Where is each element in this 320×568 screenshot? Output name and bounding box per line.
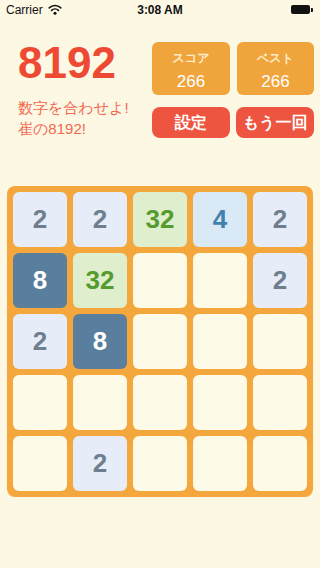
settings-button[interactable]: 設定 <box>152 107 230 138</box>
status-bar: Carrier 3:08 AM <box>0 0 320 20</box>
empty-cell <box>133 314 187 369</box>
retry-button[interactable]: もう一回 <box>236 107 314 138</box>
tile-32: 32 <box>133 192 187 247</box>
empty-cell <box>253 375 307 430</box>
tagline-line2: 崔の8192! <box>18 118 129 139</box>
tile-32: 32 <box>73 253 127 308</box>
tile-8: 8 <box>73 314 127 369</box>
empty-cell <box>133 436 187 491</box>
score-box: スコア 266 <box>152 42 230 95</box>
tile-2: 2 <box>253 192 307 247</box>
tile-8: 8 <box>13 253 67 308</box>
page-title: 8192 <box>18 38 116 88</box>
app-screen: Carrier 3:08 AM 8192 数字を合わせよ! 崔の8192! スコ… <box>0 0 320 568</box>
tile-2: 2 <box>13 314 67 369</box>
empty-cell <box>193 253 247 308</box>
battery-icon <box>291 5 313 14</box>
empty-cell <box>193 436 247 491</box>
empty-cell <box>13 436 67 491</box>
tile-2: 2 <box>13 192 67 247</box>
best-label: ベスト <box>237 50 314 67</box>
tagline: 数字を合わせよ! 崔の8192! <box>18 97 129 139</box>
tile-2: 2 <box>253 253 307 308</box>
empty-cell <box>13 375 67 430</box>
empty-cell <box>253 314 307 369</box>
tile-2: 2 <box>73 192 127 247</box>
best-score-box: ベスト 266 <box>237 42 314 95</box>
empty-cell <box>133 375 187 430</box>
empty-cell <box>133 253 187 308</box>
game-board[interactable]: 2232428322282 <box>7 186 313 497</box>
empty-cell <box>193 314 247 369</box>
empty-cell <box>193 375 247 430</box>
empty-cell <box>73 375 127 430</box>
empty-cell <box>253 436 307 491</box>
tagline-line1: 数字を合わせよ! <box>18 97 129 118</box>
tile-4: 4 <box>193 192 247 247</box>
best-value: 266 <box>237 72 314 92</box>
clock: 3:08 AM <box>0 3 320 17</box>
score-label: スコア <box>152 50 230 67</box>
score-value: 266 <box>152 72 230 92</box>
tile-2: 2 <box>73 436 127 491</box>
